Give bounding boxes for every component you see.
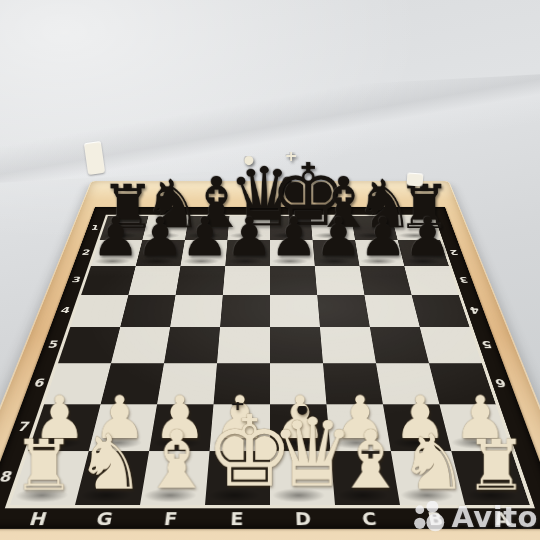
white-king-glyph: ♚+ bbox=[205, 402, 270, 500]
white-king-e8: ♚+ bbox=[205, 451, 270, 505]
avito-logo-icon bbox=[413, 501, 446, 534]
white-rook-glyph: ♜ bbox=[464, 431, 529, 501]
black-pawn-glyph: ♟ bbox=[136, 210, 181, 263]
black-pawn-d2: ♟ bbox=[270, 240, 315, 266]
rank-label-left-4: 4 bbox=[56, 305, 76, 315]
black-finial-cross: + bbox=[230, 395, 245, 413]
white-finial-ball: ● bbox=[244, 154, 254, 166]
black-pawn-glyph: ♟ bbox=[225, 210, 270, 263]
black-pawn-glyph: ♟ bbox=[315, 210, 360, 263]
black-pawn-glyph: ♟ bbox=[92, 210, 137, 263]
box-clasp-right bbox=[407, 172, 424, 186]
rank-label-right-4: 4 bbox=[464, 305, 484, 315]
white-bishop-glyph: ♝ bbox=[335, 420, 400, 501]
black-pawn-a2: ♟ bbox=[398, 240, 449, 266]
white-bishop-glyph: ♝ bbox=[141, 420, 206, 501]
black-pawn-h2: ♟ bbox=[91, 240, 142, 266]
black-pawn-f2: ♟ bbox=[181, 240, 228, 266]
white-rook-a8: ♜ bbox=[451, 451, 530, 505]
watermark-avito: Avito bbox=[413, 500, 538, 534]
black-pawn-glyph: ♟ bbox=[404, 210, 449, 263]
chess-board: 1234567823456HGFEDCBA ♜♞♝♛●♚+♝♞♜♟♟♟♟♟♟♟♟… bbox=[0, 181, 540, 540]
black-pawn-g2: ♟ bbox=[136, 240, 185, 266]
white-knight-b8: ♞ bbox=[391, 451, 465, 505]
white-knight-g8: ♞ bbox=[75, 451, 149, 505]
white-knight-glyph: ♞ bbox=[399, 424, 464, 501]
black-pawn-b2: ♟ bbox=[355, 240, 404, 266]
rank-label-left-2: 2 bbox=[77, 248, 95, 256]
white-queen-d8: ♛● bbox=[270, 451, 335, 505]
white-finial-cross: + bbox=[285, 148, 298, 164]
black-finial-ball: ● bbox=[297, 402, 308, 415]
rank-label-left-3: 3 bbox=[67, 275, 86, 284]
rank-label-right-2: 2 bbox=[445, 248, 463, 256]
black-pawn-glyph: ♟ bbox=[181, 210, 226, 263]
watermark-text: Avito bbox=[451, 500, 538, 534]
white-queen-glyph: ♛● bbox=[270, 406, 335, 500]
white-rook-glyph: ♜ bbox=[12, 431, 77, 501]
white-bishop-f8: ♝ bbox=[140, 451, 210, 505]
black-pawn-c2: ♟ bbox=[313, 240, 360, 266]
black-pawn-glyph: ♟ bbox=[270, 210, 315, 263]
black-pawn-e2: ♟ bbox=[225, 240, 270, 266]
rank-label-right-3: 3 bbox=[454, 275, 473, 284]
listing-photo[interactable]: 1234567823456HGFEDCBA ♜♞♝♛●♚+♝♞♜♟♟♟♟♟♟♟♟… bbox=[0, 0, 540, 540]
white-knight-glyph: ♞ bbox=[76, 424, 141, 501]
rank-label-left-1: 1 bbox=[87, 224, 104, 231]
rank-label-right-5: 5 bbox=[476, 339, 497, 350]
scene: 1234567823456HGFEDCBA ♜♞♝♛●♚+♝♞♜♟♟♟♟♟♟♟♟… bbox=[0, 0, 540, 540]
white-bishop-c8: ♝ bbox=[330, 451, 400, 505]
black-pawn-glyph: ♟ bbox=[359, 210, 404, 263]
